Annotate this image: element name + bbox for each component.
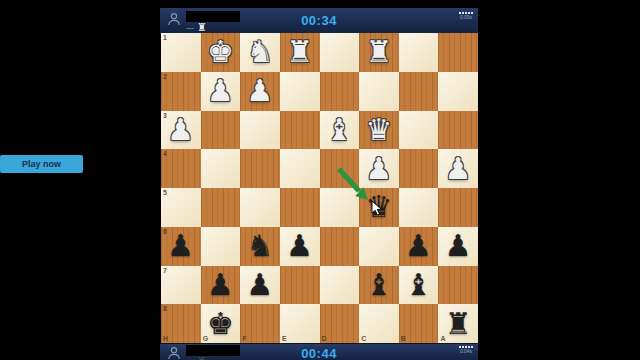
square-d6[interactable] xyxy=(320,227,360,266)
square-e8[interactable]: E xyxy=(280,304,320,343)
piece-black-bishop[interactable]: ♝ xyxy=(365,270,392,300)
square-a2[interactable] xyxy=(438,72,478,111)
rank-label: 8 xyxy=(163,305,167,312)
piece-white-pawn[interactable]: ♟ xyxy=(445,154,472,184)
square-f3[interactable] xyxy=(240,111,280,150)
square-f5[interactable] xyxy=(240,188,280,227)
bottom-player-name-redacted xyxy=(186,345,240,356)
square-f7[interactable]: ♟ xyxy=(240,266,280,305)
file-label: F xyxy=(242,335,246,342)
square-b5[interactable] xyxy=(399,188,439,227)
square-b6[interactable]: ♟ xyxy=(399,227,439,266)
rank-label: 7 xyxy=(163,267,167,274)
rank-label: 1 xyxy=(163,34,167,41)
piece-white-knight[interactable]: ♞ xyxy=(247,37,274,67)
top-lag-indicator: 0.05s xyxy=(459,12,473,20)
material-dash: — xyxy=(186,23,194,33)
square-d2[interactable] xyxy=(320,72,360,111)
square-e7[interactable] xyxy=(280,266,320,305)
square-c6[interactable] xyxy=(359,227,399,266)
square-h7[interactable]: 7 xyxy=(161,266,201,305)
piece-white-king[interactable]: ♚ xyxy=(207,37,234,67)
square-f6[interactable]: ♞ xyxy=(240,227,280,266)
square-c5[interactable]: ♛ xyxy=(359,188,399,227)
piece-white-pawn[interactable]: ♟ xyxy=(207,76,234,106)
square-f1[interactable]: ♞ xyxy=(240,33,280,72)
bottom-player-bar: — ♜ 00:44 0.04s xyxy=(160,343,478,360)
square-g5[interactable] xyxy=(201,188,241,227)
square-e5[interactable] xyxy=(280,188,320,227)
square-a8[interactable]: A♜ xyxy=(438,304,478,343)
square-e3[interactable] xyxy=(280,111,320,150)
square-g6[interactable] xyxy=(201,227,241,266)
file-label: E xyxy=(282,335,287,342)
piece-white-pawn[interactable]: ♟ xyxy=(167,115,194,145)
piece-white-pawn[interactable]: ♟ xyxy=(365,154,392,184)
play-now-button[interactable]: Play now xyxy=(0,155,83,173)
bottom-player-info[interactable]: — ♜ xyxy=(166,345,240,360)
square-e4[interactable] xyxy=(280,149,320,188)
piece-black-king[interactable]: ♚ xyxy=(207,309,234,339)
square-g2[interactable]: ♟ xyxy=(201,72,241,111)
square-h3[interactable]: 3♟ xyxy=(161,111,201,150)
square-b3[interactable] xyxy=(399,111,439,150)
square-a3[interactable] xyxy=(438,111,478,150)
square-c7[interactable]: ♝ xyxy=(359,266,399,305)
square-g3[interactable] xyxy=(201,111,241,150)
rank-label: 5 xyxy=(163,189,167,196)
square-c4[interactable]: ♟ xyxy=(359,149,399,188)
square-d5[interactable] xyxy=(320,188,360,227)
square-h2[interactable]: 2 xyxy=(161,72,201,111)
square-h1[interactable]: 1 xyxy=(161,33,201,72)
square-c2[interactable] xyxy=(359,72,399,111)
file-label: H xyxy=(163,335,168,342)
square-b2[interactable] xyxy=(399,72,439,111)
file-label: B xyxy=(401,335,406,342)
captured-white-rook-icon: ♜ xyxy=(197,23,207,33)
square-e2[interactable] xyxy=(280,72,320,111)
top-player-info[interactable]: — ♜ xyxy=(166,11,240,33)
square-e1[interactable]: ♜ xyxy=(280,33,320,72)
square-c8[interactable]: C xyxy=(359,304,399,343)
square-d4[interactable] xyxy=(320,149,360,188)
top-player-bar: — ♜ 00:34 0.05s xyxy=(160,8,478,34)
square-a1[interactable] xyxy=(438,33,478,72)
piece-white-queen[interactable]: ♛ xyxy=(365,115,392,145)
square-e6[interactable]: ♟ xyxy=(280,227,320,266)
bottom-lag-indicator: 0.04s xyxy=(459,346,473,354)
square-f2[interactable]: ♟ xyxy=(240,72,280,111)
square-h5[interactable]: 5 xyxy=(161,188,201,227)
avatar-icon xyxy=(166,11,182,27)
square-a6[interactable]: ♟ xyxy=(438,227,478,266)
square-g8[interactable]: G♚ xyxy=(201,304,241,343)
square-d3[interactable]: ♝ xyxy=(320,111,360,150)
bottom-lag-value: 0.04s xyxy=(460,349,472,354)
piece-white-bishop[interactable]: ♝ xyxy=(326,115,353,145)
top-lag-value: 0.05s xyxy=(460,15,472,20)
square-a7[interactable] xyxy=(438,266,478,305)
chess-board: 1♚♞♜♜2♟♟3♟♝♛4♟♟5♛6♟♞♟♟♟7♟♟♝♝8HG♚FEDCBA♜ xyxy=(161,33,478,343)
app-background: — ♜ 00:34 0.05s 1♚♞♜♜2♟♟3♟♝♛4♟♟5♛6♟♞♟♟♟7… xyxy=(0,0,640,360)
piece-black-knight[interactable]: ♞ xyxy=(247,231,274,261)
square-g1[interactable]: ♚ xyxy=(201,33,241,72)
avatar-icon xyxy=(166,345,182,360)
piece-black-pawn[interactable]: ♟ xyxy=(167,231,194,261)
piece-black-pawn[interactable]: ♟ xyxy=(445,231,472,261)
piece-black-queen[interactable]: ♛ xyxy=(365,192,392,222)
square-b7[interactable]: ♝ xyxy=(399,266,439,305)
square-h4[interactable]: 4 xyxy=(161,149,201,188)
square-d8[interactable]: D xyxy=(320,304,360,343)
square-b8[interactable]: B xyxy=(399,304,439,343)
board-container: 1♚♞♜♜2♟♟3♟♝♛4♟♟5♛6♟♞♟♟♟7♟♟♝♝8HG♚FEDCBA♜ xyxy=(161,33,478,343)
square-b4[interactable] xyxy=(399,149,439,188)
top-player-clock: 00:34 xyxy=(301,13,337,28)
file-label: C xyxy=(361,335,366,342)
piece-black-pawn[interactable]: ♟ xyxy=(405,231,432,261)
square-b1[interactable] xyxy=(399,33,439,72)
piece-white-rook[interactable]: ♜ xyxy=(365,37,392,67)
piece-white-rook[interactable]: ♜ xyxy=(286,37,313,67)
piece-black-pawn[interactable]: ♟ xyxy=(286,231,313,261)
piece-white-pawn[interactable]: ♟ xyxy=(247,76,274,106)
square-a5[interactable] xyxy=(438,188,478,227)
top-player-name-redacted xyxy=(186,11,240,22)
square-c1[interactable]: ♜ xyxy=(359,33,399,72)
square-f4[interactable] xyxy=(240,149,280,188)
square-g7[interactable]: ♟ xyxy=(201,266,241,305)
piece-black-rook[interactable]: ♜ xyxy=(445,309,472,339)
bottom-player-clock: 00:44 xyxy=(301,346,337,360)
square-g4[interactable] xyxy=(201,149,241,188)
square-h8[interactable]: 8H xyxy=(161,304,201,343)
square-f8[interactable]: F xyxy=(240,304,280,343)
rank-label: 4 xyxy=(163,150,167,157)
square-h6[interactable]: 6♟ xyxy=(161,227,201,266)
square-c3[interactable]: ♛ xyxy=(359,111,399,150)
piece-black-pawn[interactable]: ♟ xyxy=(247,270,274,300)
rank-label: 2 xyxy=(163,73,167,80)
piece-black-bishop[interactable]: ♝ xyxy=(405,270,432,300)
piece-black-pawn[interactable]: ♟ xyxy=(207,270,234,300)
square-d7[interactable] xyxy=(320,266,360,305)
file-label: D xyxy=(322,335,327,342)
square-d1[interactable] xyxy=(320,33,360,72)
rank-label: 6 xyxy=(163,228,167,235)
square-a4[interactable]: ♟ xyxy=(438,149,478,188)
